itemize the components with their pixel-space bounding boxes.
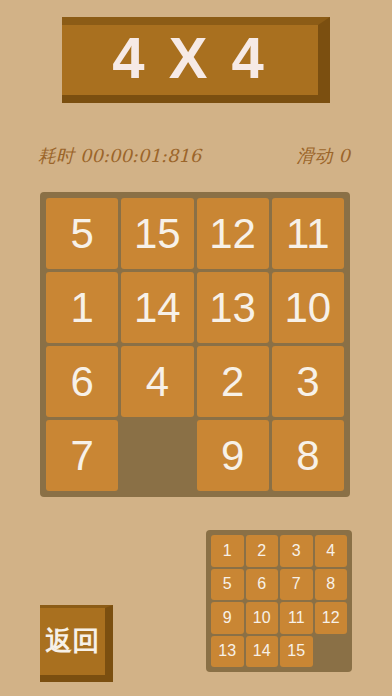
tile-8[interactable]: 8 [272,420,344,491]
tile-11[interactable]: 11 [272,198,344,269]
app-background: 4 X 4 耗时00:00:01:816 滑动0 515121111413106… [0,0,392,696]
tile-6: 6 [246,569,279,601]
moves-value: 0 [339,145,350,166]
tile-10[interactable]: 10 [272,272,344,343]
back-button-label: 返回 [46,628,100,655]
tile-1[interactable]: 1 [46,272,118,343]
elapsed-time: 耗时00:00:01:816 [38,144,201,168]
tile-8: 8 [315,569,348,601]
reference-board: 123456789101112131415 [206,530,352,672]
tile-3: 3 [280,535,313,567]
stats-bar: 耗时00:00:01:816 滑动0 [0,144,392,168]
tile-7[interactable]: 7 [46,420,118,491]
tile-9[interactable]: 9 [197,420,269,491]
tile-14[interactable]: 14 [121,272,193,343]
tile-12: 12 [315,602,348,634]
tile-4[interactable]: 4 [121,346,193,417]
title-plaque: 4 X 4 [62,17,330,103]
tile-15[interactable]: 15 [121,198,193,269]
tile-15: 15 [280,636,313,668]
tile-13[interactable]: 13 [197,272,269,343]
empty-cell [315,636,348,668]
main-board: 515121111413106423798 [40,192,350,497]
move-count: 滑动0 [297,144,350,168]
tile-7: 7 [280,569,313,601]
tile-11: 11 [280,602,313,634]
tile-10: 10 [246,602,279,634]
back-button[interactable]: 返回 [40,605,113,682]
tile-13: 13 [211,636,244,668]
tile-5: 5 [211,569,244,601]
title-text: 4 X 4 [112,29,267,91]
tile-5[interactable]: 5 [46,198,118,269]
tile-9: 9 [211,602,244,634]
time-value: 00:00:01:816 [80,145,201,166]
moves-label: 滑动 [297,145,333,166]
tile-1: 1 [211,535,244,567]
tile-6[interactable]: 6 [46,346,118,417]
empty-cell [121,420,193,491]
tile-12[interactable]: 12 [197,198,269,269]
tile-2: 2 [246,535,279,567]
tile-3[interactable]: 3 [272,346,344,417]
time-label: 耗时 [38,145,74,166]
tile-2[interactable]: 2 [197,346,269,417]
tile-14: 14 [246,636,279,668]
tile-4: 4 [315,535,348,567]
